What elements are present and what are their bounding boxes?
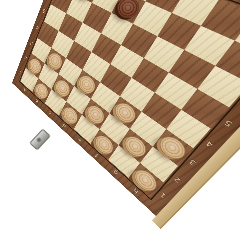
board-plane: aabbccddeeffgghh1122334455667788 [11,0,240,227]
clasp-hinge [29,128,51,150]
board-photo: aabbccddeeffgghh1122334455667788 [0,0,240,240]
